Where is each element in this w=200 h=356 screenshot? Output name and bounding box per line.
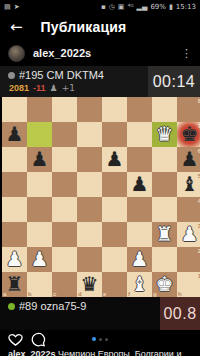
board-square-c3[interactable] bbox=[52, 222, 77, 247]
file-label: b bbox=[28, 291, 32, 297]
board-square-d5[interactable] bbox=[77, 172, 102, 197]
board-square-a1[interactable]: a♜ bbox=[2, 272, 27, 297]
board-square-g1[interactable]: g♚ bbox=[152, 272, 177, 297]
chess-board: 8♟♛7♚♟♟6♟♟5♝4♜3♟♟♟♟2a♜bcd♛ef♝g♚1h bbox=[0, 97, 200, 297]
board-square-f7[interactable] bbox=[127, 122, 152, 147]
board-square-f4[interactable] bbox=[127, 197, 152, 222]
white-queen[interactable]: ♛ bbox=[152, 122, 177, 147]
board-square-h2[interactable]: 2 bbox=[177, 247, 200, 272]
board-square-a3[interactable] bbox=[2, 222, 27, 247]
navigation-icon: ➤ bbox=[14, 3, 20, 11]
board-square-a6[interactable] bbox=[2, 147, 27, 172]
alarm-icon: ◷ bbox=[109, 3, 115, 11]
board-square-d4[interactable] bbox=[77, 197, 102, 222]
opponent-material: +1 bbox=[62, 83, 75, 93]
file-label: a bbox=[3, 291, 6, 297]
player-bar: #89 ozna75-9 00.8 bbox=[0, 297, 200, 330]
board-square-a8[interactable] bbox=[2, 97, 27, 122]
player-clock: 00.8 bbox=[160, 297, 200, 330]
board-square-c4[interactable] bbox=[52, 197, 77, 222]
rank-label: 3 bbox=[198, 223, 200, 229]
black-pawn[interactable]: ♟ bbox=[27, 147, 52, 172]
board-square-g3[interactable]: ♜ bbox=[152, 222, 177, 247]
carousel-dot-active bbox=[92, 337, 96, 341]
board-square-f5[interactable]: ♟ bbox=[127, 172, 152, 197]
status-bar: ▤ ➤ ▪ ◷ ▣ ⁴ᴳ ▂▄ 69% ▮ 15:13 bbox=[0, 0, 200, 14]
board-square-d2[interactable] bbox=[77, 247, 102, 272]
post-username[interactable]: alex_2022s bbox=[33, 47, 91, 59]
board-square-f8[interactable] bbox=[127, 97, 152, 122]
carousel-dot bbox=[105, 338, 108, 341]
nav-header: ← Публикация bbox=[0, 14, 200, 40]
file-label: d bbox=[78, 291, 82, 297]
screen: ▤ ➤ ▪ ◷ ▣ ⁴ᴳ ▂▄ 69% ▮ 15:13 ← Публикация… bbox=[0, 0, 200, 356]
board-square-c8[interactable] bbox=[52, 97, 77, 122]
lock-icon: ▪ bbox=[101, 3, 106, 11]
board-square-g7[interactable]: ♛ bbox=[152, 122, 177, 147]
rank-label: 6 bbox=[198, 148, 200, 154]
board-square-f2[interactable]: ♟ bbox=[127, 247, 152, 272]
battery-percent: 69% bbox=[150, 3, 166, 11]
rank-label: 8 bbox=[198, 98, 200, 104]
board-square-e4[interactable] bbox=[102, 197, 127, 222]
board-square-e2[interactable] bbox=[102, 247, 127, 272]
board-square-h6[interactable]: 6♟ bbox=[177, 147, 200, 172]
carousel-dot bbox=[99, 338, 102, 341]
board-square-b8[interactable] bbox=[27, 97, 52, 122]
black-pawn[interactable]: ♟ bbox=[102, 147, 127, 172]
back-arrow-icon[interactable]: ← bbox=[10, 18, 23, 36]
board-square-f3[interactable] bbox=[127, 222, 152, 247]
file-label: g bbox=[153, 291, 157, 297]
opponent-name: #195 CM DKTM4 bbox=[19, 69, 104, 81]
more-options-icon[interactable]: ⋮ bbox=[181, 47, 192, 60]
rank-label: 4 bbox=[198, 198, 200, 204]
player-name: #89 ozna75-9 bbox=[19, 300, 86, 312]
board-square-e3[interactable] bbox=[102, 222, 127, 247]
post-header: alex_2022s ⋮ bbox=[0, 40, 200, 66]
board-square-g6[interactable] bbox=[152, 147, 177, 172]
caption-text: Чемпион Европы, Болгарии и bbox=[56, 349, 182, 356]
board-square-a7[interactable]: ♟ bbox=[2, 122, 27, 147]
board-square-a4[interactable] bbox=[2, 197, 27, 222]
board-square-e1[interactable]: e bbox=[102, 272, 127, 297]
page-title: Публикация bbox=[41, 19, 127, 35]
pawn-icon: ♟ bbox=[50, 83, 58, 93]
black-pawn[interactable]: ♟ bbox=[177, 147, 200, 172]
board-square-d1[interactable]: d♛ bbox=[77, 272, 102, 297]
board-square-h4[interactable]: 4 bbox=[177, 197, 200, 222]
post-caption: alex_2022s Чемпион Европы, Болгарии и bbox=[0, 348, 200, 356]
rank-label: 5 bbox=[198, 173, 200, 179]
board-square-g4[interactable] bbox=[152, 197, 177, 222]
board-square-c6[interactable] bbox=[52, 147, 77, 172]
white-pawn[interactable]: ♟ bbox=[2, 247, 27, 272]
board-square-d8[interactable] bbox=[77, 97, 102, 122]
screenshot-icon: ▣ bbox=[118, 3, 125, 11]
board-square-e6[interactable]: ♟ bbox=[102, 147, 127, 172]
rank-label: 1 bbox=[198, 273, 200, 279]
board-square-b7[interactable] bbox=[27, 122, 52, 147]
black-bishop[interactable]: ♝ bbox=[177, 172, 200, 197]
board-square-h7[interactable]: 7♚ bbox=[177, 122, 200, 147]
white-pawn[interactable]: ♟ bbox=[177, 222, 200, 247]
board-square-e8[interactable] bbox=[102, 97, 127, 122]
white-pawn[interactable]: ♟ bbox=[27, 247, 52, 272]
battery-icon: ▮ bbox=[169, 3, 173, 11]
presence-dot-online-icon bbox=[8, 303, 15, 310]
rank-label: 7 bbox=[198, 123, 200, 129]
black-king[interactable]: ♚ bbox=[177, 122, 200, 147]
board-square-g2[interactable] bbox=[152, 247, 177, 272]
post-action-bar bbox=[0, 330, 200, 348]
board-square-a5[interactable] bbox=[2, 172, 27, 197]
file-label: h bbox=[178, 291, 182, 297]
board-square-h3[interactable]: 3♟ bbox=[177, 222, 200, 247]
presence-dot-icon bbox=[8, 72, 15, 79]
board-square-h1[interactable]: 1h bbox=[177, 272, 200, 297]
opponent-bar: #195 CM DKTM4 2081 -11 ♟ +1 00:14 bbox=[0, 66, 200, 97]
opponent-clock: 00:14 bbox=[148, 66, 200, 97]
black-pawn[interactable]: ♟ bbox=[127, 172, 152, 197]
gallery-icon: ▤ bbox=[4, 3, 11, 11]
white-rook[interactable]: ♜ bbox=[152, 222, 177, 247]
board-square-c2[interactable] bbox=[52, 247, 77, 272]
white-pawn[interactable]: ♟ bbox=[127, 247, 152, 272]
board-square-c5[interactable] bbox=[52, 172, 77, 197]
clock-time: 15:13 bbox=[176, 3, 196, 11]
rank-label: 2 bbox=[198, 248, 200, 254]
board-square-h8[interactable]: 8 bbox=[177, 97, 200, 122]
board-square-b2[interactable]: ♟ bbox=[27, 247, 52, 272]
board-square-b4[interactable] bbox=[27, 197, 52, 222]
volte-icon: ⁴ᴳ bbox=[127, 3, 133, 11]
board-square-h5[interactable]: 5♝ bbox=[177, 172, 200, 197]
black-pawn[interactable]: ♟ bbox=[2, 122, 27, 147]
board-square-b5[interactable] bbox=[27, 172, 52, 197]
board-square-g8[interactable] bbox=[152, 97, 177, 122]
board-square-b1[interactable]: b bbox=[27, 272, 52, 297]
board-square-e7[interactable] bbox=[102, 122, 127, 147]
board-square-d6[interactable] bbox=[77, 147, 102, 172]
board-square-c1[interactable]: c bbox=[52, 272, 77, 297]
board-square-d7[interactable] bbox=[77, 122, 102, 147]
board-square-e5[interactable] bbox=[102, 172, 127, 197]
avatar[interactable] bbox=[8, 45, 25, 62]
file-label: e bbox=[103, 291, 106, 297]
carousel-dots bbox=[0, 337, 200, 341]
file-label: c bbox=[53, 291, 56, 297]
board-square-b6[interactable]: ♟ bbox=[27, 147, 52, 172]
board-square-a2[interactable]: ♟ bbox=[2, 247, 27, 272]
board-square-f1[interactable]: f♝ bbox=[127, 272, 152, 297]
board-square-d3[interactable] bbox=[77, 222, 102, 247]
caption-username[interactable]: alex_2022s bbox=[8, 349, 56, 356]
board-square-g5[interactable] bbox=[152, 172, 177, 197]
board-square-f6[interactable] bbox=[127, 147, 152, 172]
white-bishop[interactable]: ♝ bbox=[127, 272, 152, 297]
file-label: f bbox=[128, 291, 130, 297]
signal-icon: ▂▄ bbox=[137, 3, 148, 11]
board-square-c7[interactable] bbox=[52, 122, 77, 147]
opponent-rating: 2081 bbox=[9, 83, 29, 93]
opponent-rating-change: -11 bbox=[33, 83, 46, 93]
board-square-b3[interactable] bbox=[27, 222, 52, 247]
